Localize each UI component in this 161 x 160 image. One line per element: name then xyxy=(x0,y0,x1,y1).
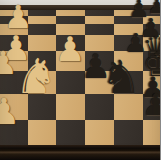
piece-black-knight-f6[interactable]: ♞ xyxy=(100,54,141,100)
square-h3[interactable] xyxy=(28,120,57,145)
square-h4[interactable] xyxy=(56,120,85,145)
square-c5[interactable] xyxy=(85,24,114,35)
chessboard-photo: ♟♟♟♟♟♞♟♟♟♟♛♚♟♞♟♟ xyxy=(0,0,160,160)
square-b5[interactable] xyxy=(85,16,114,24)
board-near-edge xyxy=(0,145,160,160)
square-h7[interactable] xyxy=(143,120,161,145)
square-b4[interactable] xyxy=(56,16,85,24)
square-h6[interactable] xyxy=(114,120,143,145)
square-g4[interactable] xyxy=(56,94,85,120)
piece-black-pawn-g7[interactable]: ♟ xyxy=(143,90,160,120)
piece-white-knight-f3[interactable]: ♞ xyxy=(14,52,57,100)
square-h5[interactable] xyxy=(85,120,114,145)
